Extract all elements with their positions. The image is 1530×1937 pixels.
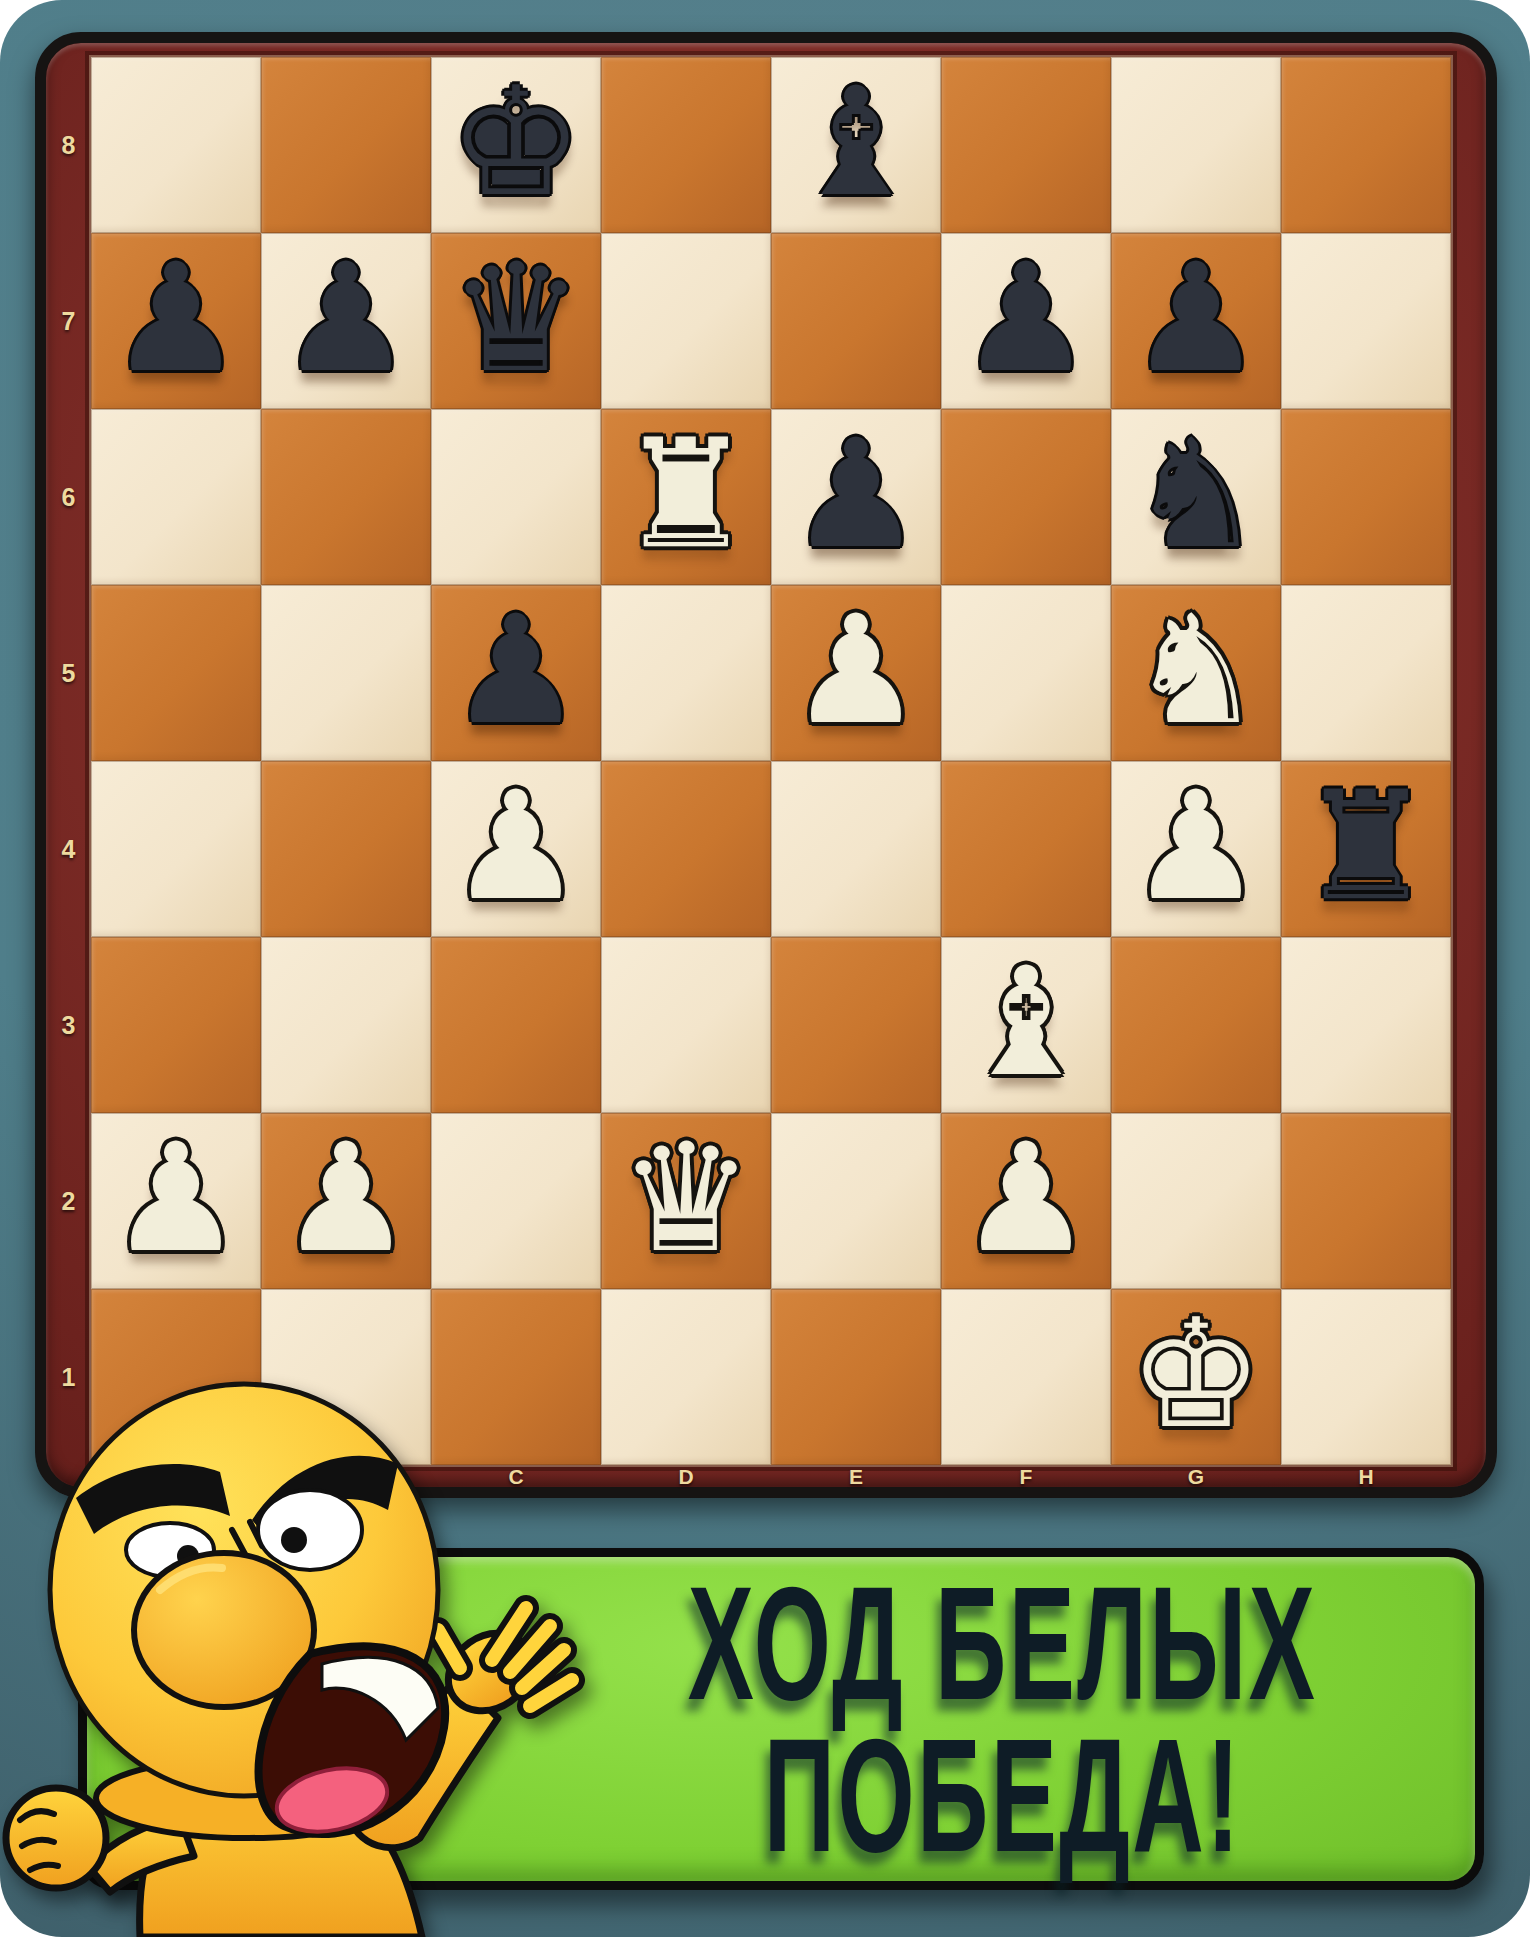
rank-label: 3 [46,937,91,1113]
piece-black-pawn-f7[interactable]: ♟ [959,243,1093,399]
piece-black-queen-c7[interactable]: ♛ [449,243,583,399]
rank-label: 8 [46,57,91,233]
square-g5[interactable]: ♞ [1111,585,1281,761]
square-h3[interactable] [1281,937,1451,1113]
status-banner-text: ХОД БЕЛЫХ ПОБЕДА! [547,1567,1459,1871]
piece-white-bishop-f3[interactable]: ♝ [959,947,1093,1103]
square-d8[interactable] [601,57,771,233]
piece-white-pawn-g4[interactable]: ♟ [1129,771,1263,927]
square-f1[interactable] [941,1289,1111,1465]
square-e8[interactable]: ♝ [771,57,941,233]
square-f8[interactable] [941,57,1111,233]
square-b7[interactable]: ♟ [261,233,431,409]
square-f4[interactable] [941,761,1111,937]
piece-black-rook-h4[interactable]: ♜ [1299,771,1433,927]
square-g8[interactable] [1111,57,1281,233]
piece-black-knight-g6[interactable]: ♞ [1129,419,1263,575]
square-h6[interactable] [1281,409,1451,585]
square-f3[interactable]: ♝ [941,937,1111,1113]
piece-black-pawn-c5[interactable]: ♟ [449,595,583,751]
square-c8[interactable]: ♚ [431,57,601,233]
square-g4[interactable]: ♟ [1111,761,1281,937]
piece-black-pawn-g7[interactable]: ♟ [1129,243,1263,399]
square-e5[interactable]: ♟ [771,585,941,761]
square-d5[interactable] [601,585,771,761]
piece-black-king-c8[interactable]: ♚ [449,67,583,223]
square-c5[interactable]: ♟ [431,585,601,761]
square-b5[interactable] [261,585,431,761]
square-c7[interactable]: ♛ [431,233,601,409]
square-a4[interactable] [91,761,261,937]
square-h4[interactable]: ♜ [1281,761,1451,937]
rank-label: 5 [46,585,91,761]
file-label: D [601,1465,771,1489]
square-a2[interactable]: ♟ [91,1113,261,1289]
file-label: G [1111,1465,1281,1489]
square-a3[interactable] [91,937,261,1113]
rank-label: 2 [46,1113,91,1289]
square-c3[interactable] [431,937,601,1113]
piece-white-pawn-a2[interactable]: ♟ [109,1123,243,1279]
square-d6[interactable]: ♜ [601,409,771,585]
piece-white-pawn-e5[interactable]: ♟ [789,595,923,751]
piece-white-king-g1[interactable]: ♚ [1129,1299,1263,1455]
square-e2[interactable] [771,1113,941,1289]
square-f5[interactable] [941,585,1111,761]
rank-label: 7 [46,233,91,409]
square-g6[interactable]: ♞ [1111,409,1281,585]
file-label: E [771,1465,941,1489]
square-a5[interactable] [91,585,261,761]
square-f7[interactable]: ♟ [941,233,1111,409]
square-g7[interactable]: ♟ [1111,233,1281,409]
square-a7[interactable]: ♟ [91,233,261,409]
square-b2[interactable]: ♟ [261,1113,431,1289]
square-c4[interactable]: ♟ [431,761,601,937]
board-squares: ♚♝♟♟♛♟♟♜♟♞♟♟♞♟♟♜♝♟♟♛♟♚ [91,57,1451,1465]
square-e7[interactable] [771,233,941,409]
piece-black-pawn-b7[interactable]: ♟ [279,243,413,399]
square-h7[interactable] [1281,233,1451,409]
square-h1[interactable] [1281,1289,1451,1465]
piece-white-queen-d2[interactable]: ♛ [619,1123,753,1279]
square-b4[interactable] [261,761,431,937]
square-d1[interactable] [601,1289,771,1465]
piece-black-bishop-e8[interactable]: ♝ [789,67,923,223]
square-d3[interactable] [601,937,771,1113]
square-b6[interactable] [261,409,431,585]
square-f2[interactable]: ♟ [941,1113,1111,1289]
square-e6[interactable]: ♟ [771,409,941,585]
square-a8[interactable] [91,57,261,233]
piece-white-knight-g5[interactable]: ♞ [1129,595,1263,751]
square-g1[interactable]: ♚ [1111,1289,1281,1465]
square-h2[interactable] [1281,1113,1451,1289]
file-label: H [1281,1465,1451,1489]
piece-white-rook-d6[interactable]: ♜ [619,419,753,575]
square-g3[interactable] [1111,937,1281,1113]
square-g2[interactable] [1111,1113,1281,1289]
piece-white-pawn-c4[interactable]: ♟ [449,771,583,927]
square-e3[interactable] [771,937,941,1113]
chess-board: 87654321 ♚♝♟♟♛♟♟♜♟♞♟♟♞♟♟♜♝♟♟♛♟♚ ABCDEFGH [35,32,1497,1498]
square-h8[interactable] [1281,57,1451,233]
square-d2[interactable]: ♛ [601,1113,771,1289]
square-b3[interactable] [261,937,431,1113]
rank-labels: 87654321 [46,57,91,1465]
square-a6[interactable] [91,409,261,585]
mascot-left-fist [6,1788,106,1888]
rank-label: 4 [46,761,91,937]
square-h5[interactable] [1281,585,1451,761]
square-c6[interactable] [431,409,601,585]
square-e4[interactable] [771,761,941,937]
piece-white-pawn-b2[interactable]: ♟ [279,1123,413,1279]
mascot-character [0,1368,592,1937]
square-d4[interactable] [601,761,771,937]
rank-label: 6 [46,409,91,585]
square-c2[interactable] [431,1113,601,1289]
square-b8[interactable] [261,57,431,233]
piece-black-pawn-a7[interactable]: ♟ [109,243,243,399]
square-e1[interactable] [771,1289,941,1465]
square-d7[interactable] [601,233,771,409]
mascot-eye-right [258,1490,362,1570]
piece-white-pawn-f2[interactable]: ♟ [959,1123,1093,1279]
file-label: F [941,1465,1111,1489]
banner-line-2: ПОБЕДА! [764,1696,1242,1894]
square-f6[interactable] [941,409,1111,585]
piece-black-pawn-e6[interactable]: ♟ [789,419,923,575]
